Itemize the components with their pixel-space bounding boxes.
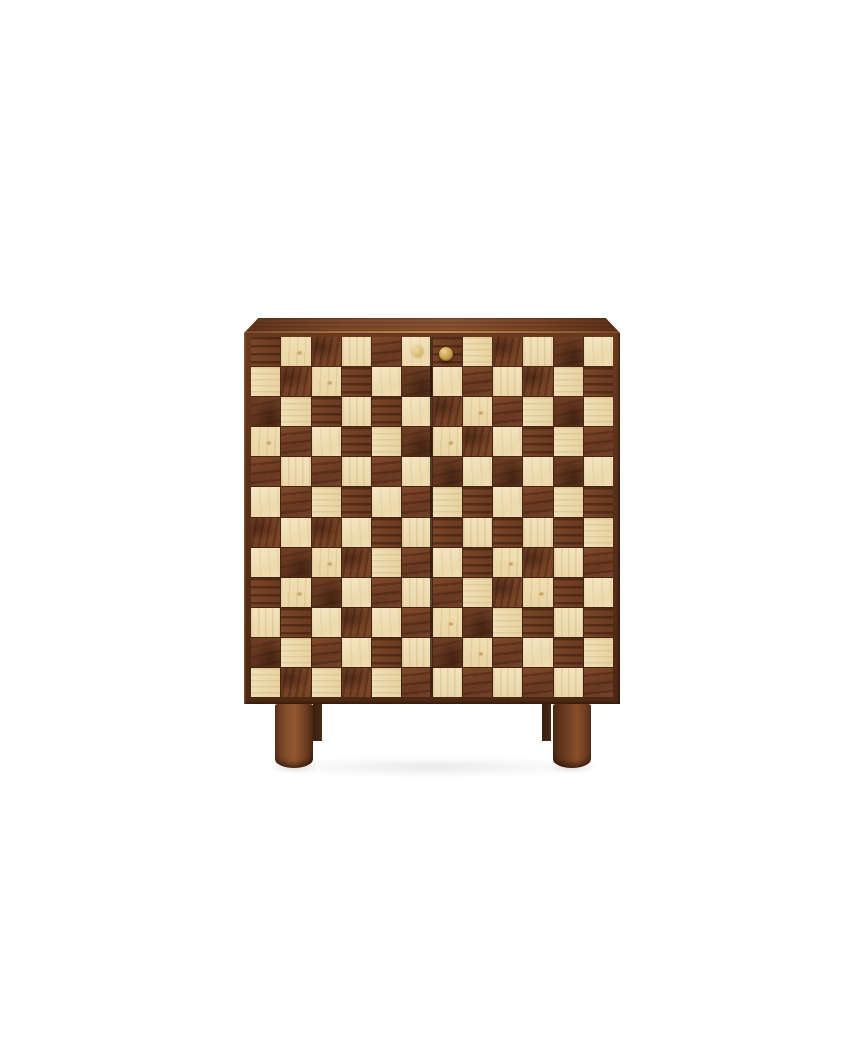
checkerboard-cabinet bbox=[244, 318, 620, 768]
board-square bbox=[342, 518, 371, 547]
board-square bbox=[433, 487, 462, 516]
board-square bbox=[281, 457, 310, 486]
board-square bbox=[251, 427, 280, 456]
board-square bbox=[433, 397, 462, 426]
board-square bbox=[372, 638, 401, 667]
board-square bbox=[554, 457, 583, 486]
board-square bbox=[584, 427, 613, 456]
board-square bbox=[463, 487, 492, 516]
board-square bbox=[342, 337, 371, 366]
board-square bbox=[251, 367, 280, 396]
board-square bbox=[433, 578, 462, 607]
board-square bbox=[342, 608, 371, 637]
board-square bbox=[312, 668, 341, 697]
board-square bbox=[433, 457, 462, 486]
product-photo-stage bbox=[0, 0, 850, 1060]
board-square bbox=[251, 578, 280, 607]
board-square bbox=[251, 668, 280, 697]
board-square bbox=[402, 548, 431, 577]
board-square bbox=[402, 608, 431, 637]
board-square bbox=[402, 668, 431, 697]
board-square bbox=[402, 397, 431, 426]
board-square bbox=[372, 518, 401, 547]
board-square bbox=[554, 337, 583, 366]
board-square bbox=[312, 487, 341, 516]
board-square bbox=[493, 638, 522, 667]
board-square bbox=[463, 548, 492, 577]
board-square bbox=[342, 548, 371, 577]
board-square bbox=[463, 367, 492, 396]
cabinet-top-surface bbox=[244, 318, 620, 333]
board-square bbox=[281, 548, 310, 577]
front-right-leg bbox=[553, 704, 591, 768]
board-square bbox=[554, 487, 583, 516]
board-square bbox=[281, 668, 310, 697]
board-square bbox=[342, 367, 371, 396]
board-square bbox=[554, 427, 583, 456]
board-square bbox=[312, 608, 341, 637]
board-square bbox=[584, 548, 613, 577]
board-square bbox=[584, 337, 613, 366]
board-square bbox=[312, 397, 341, 426]
board-square bbox=[554, 668, 583, 697]
board-square bbox=[584, 397, 613, 426]
board-square bbox=[493, 427, 522, 456]
board-square bbox=[584, 487, 613, 516]
board-square bbox=[554, 548, 583, 577]
board-square bbox=[251, 548, 280, 577]
board-square bbox=[463, 337, 492, 366]
board-square bbox=[372, 397, 401, 426]
board-square bbox=[372, 668, 401, 697]
board-square bbox=[493, 487, 522, 516]
board-square bbox=[342, 397, 371, 426]
board-square bbox=[372, 578, 401, 607]
board-square bbox=[433, 367, 462, 396]
board-square bbox=[372, 337, 401, 366]
board-square bbox=[493, 668, 522, 697]
board-square bbox=[251, 457, 280, 486]
board-square bbox=[312, 427, 341, 456]
board-square bbox=[433, 638, 462, 667]
board-square bbox=[281, 487, 310, 516]
board-square bbox=[523, 608, 552, 637]
board-square bbox=[523, 367, 552, 396]
back-left-leg bbox=[313, 704, 322, 741]
board-square bbox=[312, 548, 341, 577]
board-square bbox=[433, 548, 462, 577]
board-square bbox=[342, 457, 371, 486]
board-square bbox=[312, 578, 341, 607]
board-square bbox=[281, 608, 310, 637]
board-square bbox=[281, 638, 310, 667]
board-square bbox=[584, 457, 613, 486]
board-square bbox=[433, 427, 462, 456]
board-square bbox=[433, 668, 462, 697]
board-square bbox=[523, 487, 552, 516]
board-square bbox=[523, 518, 552, 547]
board-square bbox=[402, 638, 431, 667]
board-square bbox=[251, 638, 280, 667]
board-square bbox=[312, 638, 341, 667]
board-square bbox=[493, 337, 522, 366]
board-square bbox=[523, 548, 552, 577]
board-square bbox=[281, 578, 310, 607]
board-square bbox=[493, 608, 522, 637]
right-door-knob bbox=[439, 347, 453, 361]
back-right-leg bbox=[542, 704, 551, 741]
board-square bbox=[463, 608, 492, 637]
board-square bbox=[402, 367, 431, 396]
board-square bbox=[493, 518, 522, 547]
board-square bbox=[554, 367, 583, 396]
front-left-leg bbox=[275, 704, 313, 768]
board-square bbox=[584, 668, 613, 697]
board-square bbox=[342, 578, 371, 607]
cabinet-front-frame bbox=[244, 333, 620, 704]
board-square bbox=[463, 668, 492, 697]
board-square bbox=[312, 518, 341, 547]
board-square bbox=[372, 457, 401, 486]
board-square bbox=[554, 638, 583, 667]
board-square bbox=[463, 457, 492, 486]
board-square bbox=[523, 457, 552, 486]
checkerboard bbox=[251, 337, 613, 697]
board-square bbox=[523, 668, 552, 697]
board-square bbox=[281, 397, 310, 426]
board-square bbox=[251, 337, 280, 366]
board-square bbox=[523, 427, 552, 456]
board-square bbox=[554, 397, 583, 426]
board-square bbox=[342, 638, 371, 667]
board-square bbox=[493, 548, 522, 577]
left-door-knob bbox=[411, 345, 424, 358]
board-square bbox=[372, 427, 401, 456]
board-square bbox=[584, 608, 613, 637]
board-square bbox=[523, 337, 552, 366]
board-square bbox=[402, 487, 431, 516]
board-square bbox=[312, 367, 341, 396]
board-square bbox=[463, 427, 492, 456]
board-square bbox=[584, 578, 613, 607]
board-square bbox=[584, 367, 613, 396]
board-square bbox=[312, 337, 341, 366]
board-square bbox=[493, 457, 522, 486]
board-square bbox=[584, 518, 613, 547]
board-square bbox=[281, 518, 310, 547]
right-leg-shadow bbox=[546, 763, 598, 772]
board-square bbox=[463, 578, 492, 607]
board-square bbox=[463, 638, 492, 667]
board-square bbox=[523, 638, 552, 667]
board-square bbox=[584, 638, 613, 667]
board-square bbox=[281, 427, 310, 456]
board-square bbox=[251, 397, 280, 426]
board-square bbox=[463, 518, 492, 547]
board-square bbox=[372, 608, 401, 637]
board-square bbox=[281, 337, 310, 366]
board-square bbox=[372, 487, 401, 516]
board-square bbox=[402, 457, 431, 486]
board-square bbox=[402, 578, 431, 607]
board-square bbox=[554, 608, 583, 637]
board-square bbox=[312, 457, 341, 486]
board-square bbox=[433, 518, 462, 547]
board-square bbox=[463, 397, 492, 426]
board-square bbox=[493, 367, 522, 396]
board-square bbox=[342, 668, 371, 697]
board-square bbox=[402, 427, 431, 456]
board-square bbox=[554, 578, 583, 607]
board-square bbox=[372, 367, 401, 396]
board-square bbox=[251, 487, 280, 516]
board-square bbox=[493, 397, 522, 426]
door-seam bbox=[430, 337, 432, 697]
board-square bbox=[251, 518, 280, 547]
left-leg-shadow bbox=[268, 763, 320, 772]
board-square bbox=[433, 608, 462, 637]
board-square bbox=[523, 578, 552, 607]
board-square bbox=[554, 518, 583, 547]
board-square bbox=[493, 578, 522, 607]
board-square bbox=[281, 367, 310, 396]
board-square bbox=[372, 548, 401, 577]
board-square bbox=[342, 427, 371, 456]
board-square bbox=[402, 518, 431, 547]
board-square bbox=[342, 487, 371, 516]
board-square bbox=[251, 608, 280, 637]
board-square bbox=[523, 397, 552, 426]
